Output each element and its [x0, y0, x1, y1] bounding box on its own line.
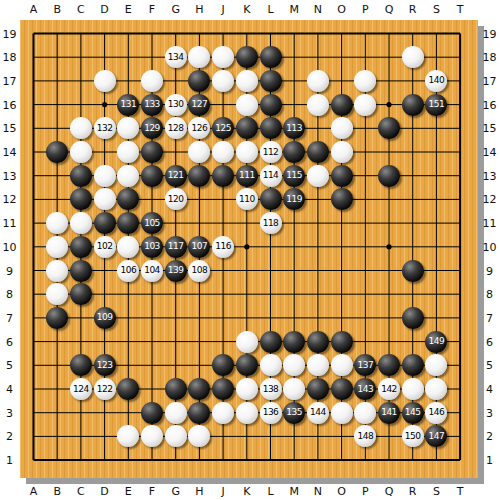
coord-label-col: N [314, 3, 322, 16]
move-number: 113 [286, 124, 302, 133]
stone-black [165, 378, 187, 400]
stone-white [117, 236, 139, 258]
coord-label-row: 12 [3, 193, 17, 206]
stone-black [94, 212, 116, 234]
coord-label-row: 19 [483, 27, 497, 40]
stone-black [141, 165, 163, 187]
stone-white [331, 117, 353, 139]
coord-label-col: T [457, 485, 464, 498]
stone-white: 104 [141, 260, 163, 282]
stone-white [94, 70, 116, 92]
stone-white [70, 141, 92, 163]
stone-black: 117 [165, 236, 187, 258]
coord-label-row: 4 [6, 383, 13, 396]
stone-white [165, 425, 187, 447]
coord-label-col: D [100, 3, 108, 16]
stone-black: 123 [94, 354, 116, 376]
move-number: 129 [144, 124, 160, 133]
coord-label-col: B [53, 3, 61, 16]
stone-black [402, 94, 424, 116]
move-number: 139 [168, 266, 184, 275]
coord-label-row: 7 [486, 311, 493, 324]
stone-black [331, 331, 353, 353]
stone-white: 122 [94, 378, 116, 400]
move-number: 105 [144, 219, 160, 228]
stone-white [354, 402, 376, 424]
go-diagram: 1341401311331301271511321291281261251131… [0, 0, 500, 500]
stone-black [331, 165, 353, 187]
coord-label-row: 4 [486, 383, 493, 396]
stone-white: 106 [117, 260, 139, 282]
coord-label-row: 14 [483, 146, 497, 159]
coord-label-col: O [337, 485, 346, 498]
coord-label-col: Q [385, 485, 394, 498]
stone-black: 109 [94, 307, 116, 329]
coord-label-col: N [314, 485, 322, 498]
coord-label-col: A [30, 3, 38, 16]
coord-label-row: 13 [3, 169, 17, 182]
move-number: 141 [381, 408, 397, 417]
coord-label-row: 2 [6, 430, 13, 443]
move-number: 131 [120, 100, 136, 109]
coord-label-col: H [195, 3, 203, 16]
stone-black [141, 402, 163, 424]
coord-label-col: C [77, 485, 85, 498]
coord-label-row: 7 [6, 311, 13, 324]
coord-label-col: R [409, 3, 417, 16]
stone-black [212, 378, 234, 400]
coord-label-row: 5 [6, 359, 13, 372]
move-number: 151 [429, 100, 445, 109]
move-number: 132 [97, 124, 113, 133]
coord-label-col: B [53, 485, 61, 498]
stone-white [94, 165, 116, 187]
coord-label-col: S [433, 3, 440, 16]
stone-white: 146 [425, 402, 447, 424]
move-number: 106 [120, 266, 136, 275]
stone-white [331, 141, 353, 163]
stone-white [236, 94, 258, 116]
star-point [386, 244, 391, 249]
move-number: 127 [192, 100, 208, 109]
stone-black: 139 [165, 260, 187, 282]
coord-label-col: G [171, 3, 180, 16]
move-number: 122 [97, 385, 113, 394]
stone-white: 130 [165, 94, 187, 116]
stone-black: 145 [402, 402, 424, 424]
stone-white: 142 [378, 378, 400, 400]
stone-black: 131 [117, 94, 139, 116]
coord-label-col: C [77, 3, 85, 16]
move-number: 126 [192, 124, 208, 133]
stone-black [331, 94, 353, 116]
coord-label-row: 11 [483, 217, 497, 230]
stone-black [402, 260, 424, 282]
coord-label-col: Q [385, 3, 394, 16]
stone-black [236, 354, 258, 376]
coord-label-row: 6 [6, 335, 13, 348]
stone-black: 121 [165, 165, 187, 187]
stone-black [70, 236, 92, 258]
coord-label-row: 3 [6, 406, 13, 419]
move-number: 128 [168, 124, 184, 133]
coord-label-col: F [149, 3, 155, 16]
stone-white: 150 [402, 425, 424, 447]
coord-label-row: 9 [486, 264, 493, 277]
coord-label-col: E [125, 3, 132, 16]
move-number: 107 [192, 242, 208, 251]
coord-label-col: R [409, 485, 417, 498]
move-number: 142 [381, 385, 397, 394]
coord-label-row: 8 [6, 288, 13, 301]
move-number: 104 [144, 266, 160, 275]
stone-white [236, 331, 258, 353]
goban[interactable]: 1341401311331301271511321291281261251131… [20, 20, 478, 478]
stone-white: 138 [260, 378, 282, 400]
coord-label-col: S [433, 485, 440, 498]
coord-label-col: D [100, 485, 108, 498]
coord-label-col: A [30, 485, 38, 498]
move-number: 147 [429, 432, 445, 441]
move-number: 121 [168, 171, 184, 180]
coord-label-row: 10 [483, 240, 497, 253]
move-number: 149 [429, 337, 445, 346]
move-number: 137 [357, 361, 373, 370]
coord-label-col: G [171, 485, 180, 498]
coord-label-row: 18 [483, 51, 497, 64]
coord-label-col: L [267, 3, 273, 16]
stone-white [94, 188, 116, 210]
move-number: 146 [429, 408, 445, 417]
stone-white: 144 [307, 402, 329, 424]
stone-white: 114 [260, 165, 282, 187]
stone-black: 149 [425, 331, 447, 353]
stone-white: 136 [260, 402, 282, 424]
coord-label-row: 1 [486, 454, 493, 467]
coord-label-row: 16 [3, 98, 17, 111]
move-number: 117 [168, 242, 184, 251]
stone-black [70, 260, 92, 282]
coord-label-row: 19 [3, 27, 17, 40]
coord-label-col: M [289, 3, 299, 16]
coord-label-row: 15 [3, 122, 17, 135]
coord-label-row: 8 [486, 288, 493, 301]
stone-white [70, 212, 92, 234]
stone-white: 118 [260, 212, 282, 234]
coord-label-row: 6 [486, 335, 493, 348]
move-number: 148 [357, 432, 373, 441]
coord-label-row: 17 [3, 74, 17, 87]
coord-label-row: 16 [483, 98, 497, 111]
stone-white [236, 402, 258, 424]
stone-black: 133 [141, 94, 163, 116]
coord-label-row: 13 [483, 169, 497, 182]
coord-label-col: K [243, 485, 250, 498]
stone-white: 108 [188, 260, 210, 282]
stone-white: 124 [70, 378, 92, 400]
coord-label-col: E [125, 485, 132, 498]
coord-label-col: H [195, 485, 203, 498]
stone-white [212, 70, 234, 92]
stone-black: 141 [378, 402, 400, 424]
stone-black [70, 165, 92, 187]
stone-black [402, 307, 424, 329]
stone-black [260, 94, 282, 116]
move-number: 102 [97, 242, 113, 251]
move-number: 150 [405, 432, 421, 441]
move-number: 114 [263, 171, 279, 180]
stone-white [236, 70, 258, 92]
move-number: 123 [97, 361, 113, 370]
stone-black [46, 307, 68, 329]
stone-black [283, 331, 305, 353]
move-number: 110 [239, 195, 255, 204]
coord-label-row: 12 [483, 193, 497, 206]
stone-black: 151 [425, 94, 447, 116]
stone-black [260, 46, 282, 68]
stone-black [331, 378, 353, 400]
stone-black [188, 402, 210, 424]
stone-black: 111 [236, 165, 258, 187]
coord-label-row: 15 [483, 122, 497, 135]
coord-label-col: J [221, 485, 224, 498]
move-number: 138 [263, 385, 279, 394]
coord-label-col: J [221, 3, 224, 16]
move-number: 125 [215, 124, 231, 133]
stone-white: 112 [260, 141, 282, 163]
stone-white [141, 70, 163, 92]
coord-label-col: T [457, 3, 464, 16]
coord-label-row: 9 [6, 264, 13, 277]
coord-label-row: 17 [483, 74, 497, 87]
stone-black [260, 70, 282, 92]
coord-label-row: 10 [3, 240, 17, 253]
stone-white: 102 [94, 236, 116, 258]
stone-black [70, 283, 92, 305]
move-number: 140 [429, 76, 445, 85]
stone-black [307, 331, 329, 353]
move-number: 103 [144, 242, 160, 251]
move-number: 144 [310, 408, 326, 417]
stone-white [165, 402, 187, 424]
stone-black [260, 331, 282, 353]
star-point [244, 244, 249, 249]
move-number: 108 [192, 266, 208, 275]
coord-label-col: O [337, 3, 346, 16]
stone-black [236, 46, 258, 68]
stone-black [307, 141, 329, 163]
stone-white: 120 [165, 188, 187, 210]
move-number: 124 [73, 385, 89, 394]
stone-white [331, 402, 353, 424]
stone-black: 127 [188, 94, 210, 116]
stone-white [354, 94, 376, 116]
stone-black [236, 117, 258, 139]
stone-black: 103 [141, 236, 163, 258]
stone-white [236, 141, 258, 163]
coord-label-row: 3 [486, 406, 493, 419]
stone-white [307, 165, 329, 187]
stone-white [212, 402, 234, 424]
stone-black [260, 188, 282, 210]
coord-label-col: K [243, 3, 250, 16]
move-number: 134 [168, 53, 184, 62]
move-number: 120 [168, 195, 184, 204]
move-number: 135 [286, 408, 302, 417]
coord-label-row: 1 [6, 454, 13, 467]
stone-black: 115 [283, 165, 305, 187]
stone-white [402, 378, 424, 400]
stone-white: 116 [212, 236, 234, 258]
move-number: 116 [215, 242, 231, 251]
coord-label-col: M [289, 485, 299, 498]
stone-black [331, 188, 353, 210]
stone-black [141, 141, 163, 163]
stone-white: 134 [165, 46, 187, 68]
coord-label-col: P [362, 485, 369, 498]
move-number: 109 [97, 313, 113, 322]
coord-label-col: L [267, 485, 273, 498]
stone-white [307, 70, 329, 92]
move-number: 143 [357, 385, 373, 394]
stone-white [331, 354, 353, 376]
move-number: 119 [286, 195, 302, 204]
stone-white [260, 354, 282, 376]
coord-label-row: 14 [3, 146, 17, 159]
stone-black [402, 354, 424, 376]
stone-white [46, 236, 68, 258]
stone-black [378, 165, 400, 187]
stone-white: 128 [165, 117, 187, 139]
stone-black [307, 378, 329, 400]
move-number: 118 [263, 219, 279, 228]
stone-black [188, 165, 210, 187]
stone-white [402, 46, 424, 68]
stone-white [236, 378, 258, 400]
coord-label-row: 11 [3, 217, 17, 230]
move-number: 133 [144, 100, 160, 109]
stone-black: 135 [283, 402, 305, 424]
star-point [102, 102, 107, 107]
stone-white: 132 [94, 117, 116, 139]
coord-label-col: F [149, 485, 155, 498]
stone-black [260, 117, 282, 139]
star-point [386, 102, 391, 107]
stone-white [46, 260, 68, 282]
coord-label-row: 2 [486, 430, 493, 443]
move-number: 136 [263, 408, 279, 417]
move-number: 130 [168, 100, 184, 109]
move-number: 145 [405, 408, 421, 417]
coord-label-row: 18 [3, 51, 17, 64]
stone-black: 105 [141, 212, 163, 234]
coord-label-col: P [362, 3, 369, 16]
stone-black [212, 165, 234, 187]
stone-white [212, 141, 234, 163]
move-number: 111 [239, 171, 255, 180]
coord-label-row: 5 [486, 359, 493, 372]
stone-white [117, 165, 139, 187]
move-number: 115 [286, 171, 302, 180]
stone-white [307, 94, 329, 116]
move-number: 112 [263, 148, 279, 157]
